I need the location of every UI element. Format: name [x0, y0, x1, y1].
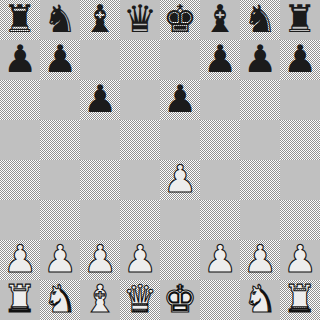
- square-c8[interactable]: ♝: [80, 0, 120, 40]
- white-knight[interactable]: ♞: [43, 280, 77, 319]
- square-f1[interactable]: [200, 280, 240, 320]
- white-knight[interactable]: ♞: [243, 280, 277, 319]
- white-pawn[interactable]: ♟: [123, 240, 157, 279]
- square-d5[interactable]: [120, 120, 160, 160]
- square-a7[interactable]: ♟: [0, 40, 40, 80]
- black-knight[interactable]: ♞: [43, 0, 77, 39]
- chess-board: ♜♞♝♛♚♝♞♜♟♟♟♟♟♟♟♟♟♟♟♟♟♟♟♜♞♝♛♚♞♜: [0, 0, 320, 320]
- square-d1[interactable]: ♛: [120, 280, 160, 320]
- white-pawn[interactable]: ♟: [163, 160, 197, 199]
- white-pawn[interactable]: ♟: [43, 240, 77, 279]
- square-f3[interactable]: [200, 200, 240, 240]
- black-pawn[interactable]: ♟: [83, 80, 117, 119]
- square-f6[interactable]: [200, 80, 240, 120]
- white-rook[interactable]: ♜: [283, 280, 317, 319]
- black-rook[interactable]: ♜: [3, 0, 37, 39]
- black-rook[interactable]: ♜: [283, 0, 317, 39]
- white-pawn[interactable]: ♟: [3, 240, 37, 279]
- black-king[interactable]: ♚: [163, 0, 197, 39]
- square-b1[interactable]: ♞: [40, 280, 80, 320]
- square-e2[interactable]: [160, 240, 200, 280]
- square-e7[interactable]: [160, 40, 200, 80]
- square-d2[interactable]: ♟: [120, 240, 160, 280]
- square-e3[interactable]: [160, 200, 200, 240]
- white-bishop[interactable]: ♝: [83, 280, 117, 319]
- square-d3[interactable]: [120, 200, 160, 240]
- black-pawn[interactable]: ♟: [3, 40, 37, 79]
- square-f7[interactable]: ♟: [200, 40, 240, 80]
- square-a8[interactable]: ♜: [0, 0, 40, 40]
- square-d8[interactable]: ♛: [120, 0, 160, 40]
- square-a1[interactable]: ♜: [0, 280, 40, 320]
- square-c2[interactable]: ♟: [80, 240, 120, 280]
- white-pawn[interactable]: ♟: [203, 240, 237, 279]
- square-c5[interactable]: [80, 120, 120, 160]
- square-c1[interactable]: ♝: [80, 280, 120, 320]
- square-h8[interactable]: ♜: [280, 0, 320, 40]
- black-pawn[interactable]: ♟: [43, 40, 77, 79]
- square-d6[interactable]: [120, 80, 160, 120]
- black-bishop[interactable]: ♝: [83, 0, 117, 39]
- square-d7[interactable]: [120, 40, 160, 80]
- square-c6[interactable]: ♟: [80, 80, 120, 120]
- square-f4[interactable]: [200, 160, 240, 200]
- square-d4[interactable]: [120, 160, 160, 200]
- square-f2[interactable]: ♟: [200, 240, 240, 280]
- square-c3[interactable]: [80, 200, 120, 240]
- black-pawn[interactable]: ♟: [283, 40, 317, 79]
- square-e8[interactable]: ♚: [160, 0, 200, 40]
- square-b5[interactable]: [40, 120, 80, 160]
- white-queen[interactable]: ♛: [123, 280, 157, 319]
- white-king[interactable]: ♚: [163, 280, 197, 319]
- square-b6[interactable]: [40, 80, 80, 120]
- square-g6[interactable]: [240, 80, 280, 120]
- square-h1[interactable]: ♜: [280, 280, 320, 320]
- square-g4[interactable]: [240, 160, 280, 200]
- square-b2[interactable]: ♟: [40, 240, 80, 280]
- black-pawn[interactable]: ♟: [243, 40, 277, 79]
- square-h2[interactable]: ♟: [280, 240, 320, 280]
- square-h5[interactable]: [280, 120, 320, 160]
- white-rook[interactable]: ♜: [3, 280, 37, 319]
- square-a5[interactable]: [0, 120, 40, 160]
- square-g8[interactable]: ♞: [240, 0, 280, 40]
- square-h7[interactable]: ♟: [280, 40, 320, 80]
- square-g2[interactable]: ♟: [240, 240, 280, 280]
- white-pawn[interactable]: ♟: [83, 240, 117, 279]
- black-queen[interactable]: ♛: [123, 0, 157, 39]
- black-knight[interactable]: ♞: [243, 0, 277, 39]
- black-pawn[interactable]: ♟: [203, 40, 237, 79]
- black-pawn[interactable]: ♟: [163, 80, 197, 119]
- square-f5[interactable]: [200, 120, 240, 160]
- square-a3[interactable]: [0, 200, 40, 240]
- square-a2[interactable]: ♟: [0, 240, 40, 280]
- square-a4[interactable]: [0, 160, 40, 200]
- square-e5[interactable]: [160, 120, 200, 160]
- square-b8[interactable]: ♞: [40, 0, 80, 40]
- square-g5[interactable]: [240, 120, 280, 160]
- square-e6[interactable]: ♟: [160, 80, 200, 120]
- square-e4[interactable]: ♟: [160, 160, 200, 200]
- square-e1[interactable]: ♚: [160, 280, 200, 320]
- square-g3[interactable]: [240, 200, 280, 240]
- black-bishop[interactable]: ♝: [203, 0, 237, 39]
- square-c4[interactable]: [80, 160, 120, 200]
- square-b7[interactable]: ♟: [40, 40, 80, 80]
- square-a6[interactable]: [0, 80, 40, 120]
- square-h4[interactable]: [280, 160, 320, 200]
- square-f8[interactable]: ♝: [200, 0, 240, 40]
- square-b3[interactable]: [40, 200, 80, 240]
- square-c7[interactable]: [80, 40, 120, 80]
- white-pawn[interactable]: ♟: [243, 240, 277, 279]
- white-pawn[interactable]: ♟: [283, 240, 317, 279]
- square-h3[interactable]: [280, 200, 320, 240]
- square-g7[interactable]: ♟: [240, 40, 280, 80]
- square-g1[interactable]: ♞: [240, 280, 280, 320]
- square-b4[interactable]: [40, 160, 80, 200]
- square-h6[interactable]: [280, 80, 320, 120]
